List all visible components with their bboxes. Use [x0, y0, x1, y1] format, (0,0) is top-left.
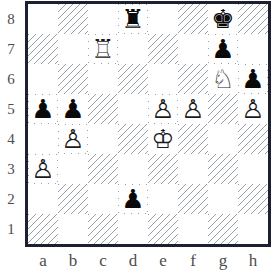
- black-pawn-b5[interactable]: ♟: [59, 95, 87, 123]
- rank-label-2: 2: [0, 184, 22, 214]
- square-b8[interactable]: [58, 4, 88, 34]
- file-label-a: a: [28, 250, 58, 272]
- file-labels: abcdefgh: [28, 250, 268, 272]
- square-f5[interactable]: ♙: [178, 94, 208, 124]
- white-knight-g6[interactable]: ♘: [209, 65, 237, 93]
- square-h8[interactable]: [238, 4, 268, 34]
- black-rook-d8[interactable]: ♜: [119, 5, 147, 33]
- square-h7[interactable]: [238, 34, 268, 64]
- square-h6[interactable]: ♟: [238, 64, 268, 94]
- black-pawn-d2[interactable]: ♟: [119, 185, 147, 213]
- square-g7[interactable]: ♟: [208, 34, 238, 64]
- square-c6[interactable]: [88, 64, 118, 94]
- square-d7[interactable]: [118, 34, 148, 64]
- file-label-f: f: [178, 250, 208, 272]
- black-pawn-h6[interactable]: ♟: [239, 65, 267, 93]
- square-f4[interactable]: [178, 124, 208, 154]
- black-king-g8[interactable]: ♚: [209, 5, 237, 33]
- square-e3[interactable]: [148, 154, 178, 184]
- square-f7[interactable]: [178, 34, 208, 64]
- square-g5[interactable]: [208, 94, 238, 124]
- square-e6[interactable]: [148, 64, 178, 94]
- square-d6[interactable]: [118, 64, 148, 94]
- square-c8[interactable]: [88, 4, 118, 34]
- square-g1[interactable]: [208, 214, 238, 244]
- file-label-b: b: [58, 250, 88, 272]
- rank-label-5: 5: [0, 94, 22, 124]
- square-g6[interactable]: ♘: [208, 64, 238, 94]
- square-h4[interactable]: [238, 124, 268, 154]
- square-f2[interactable]: [178, 184, 208, 214]
- square-h1[interactable]: [238, 214, 268, 244]
- square-d3[interactable]: [118, 154, 148, 184]
- file-label-g: g: [208, 250, 238, 272]
- square-a4[interactable]: [28, 124, 58, 154]
- rank-label-4: 4: [0, 124, 22, 154]
- rank-labels: 87654321: [0, 4, 22, 244]
- square-c2[interactable]: [88, 184, 118, 214]
- square-h2[interactable]: [238, 184, 268, 214]
- square-e5[interactable]: ♙: [148, 94, 178, 124]
- white-pawn-h5[interactable]: ♙: [239, 95, 267, 123]
- square-a5[interactable]: ♟: [28, 94, 58, 124]
- square-c3[interactable]: [88, 154, 118, 184]
- file-label-c: c: [88, 250, 118, 272]
- square-d1[interactable]: [118, 214, 148, 244]
- square-e7[interactable]: [148, 34, 178, 64]
- square-g8[interactable]: ♚: [208, 4, 238, 34]
- white-rook-c7[interactable]: ♖: [89, 35, 117, 63]
- white-king-e4[interactable]: ♔: [149, 125, 177, 153]
- white-pawn-f5[interactable]: ♙: [179, 95, 207, 123]
- square-d2[interactable]: ♟: [118, 184, 148, 214]
- square-b4[interactable]: ♙: [58, 124, 88, 154]
- square-e2[interactable]: [148, 184, 178, 214]
- square-b1[interactable]: [58, 214, 88, 244]
- square-f1[interactable]: [178, 214, 208, 244]
- white-pawn-b4[interactable]: ♙: [59, 125, 87, 153]
- square-e8[interactable]: [148, 4, 178, 34]
- square-b6[interactable]: [58, 64, 88, 94]
- square-a3[interactable]: ♙: [28, 154, 58, 184]
- file-label-e: e: [148, 250, 178, 272]
- white-pawn-e5[interactable]: ♙: [149, 95, 177, 123]
- white-pawn-a3[interactable]: ♙: [29, 155, 57, 183]
- square-b3[interactable]: [58, 154, 88, 184]
- rank-label-8: 8: [0, 4, 22, 34]
- square-a8[interactable]: [28, 4, 58, 34]
- rank-label-1: 1: [0, 214, 22, 244]
- square-c5[interactable]: [88, 94, 118, 124]
- chess-board: ♜♚♖♟♘♟♟♟♙♙♙♙♔♙♟: [25, 1, 271, 247]
- square-h5[interactable]: ♙: [238, 94, 268, 124]
- square-g2[interactable]: [208, 184, 238, 214]
- chess-diagram: 87654321 ♜♚♖♟♘♟♟♟♙♙♙♙♔♙♟ abcdefgh: [0, 0, 273, 274]
- square-c7[interactable]: ♖: [88, 34, 118, 64]
- square-a2[interactable]: [28, 184, 58, 214]
- square-h3[interactable]: [238, 154, 268, 184]
- black-pawn-g7[interactable]: ♟: [209, 35, 237, 63]
- square-g4[interactable]: [208, 124, 238, 154]
- square-b2[interactable]: [58, 184, 88, 214]
- black-pawn-a5[interactable]: ♟: [29, 95, 57, 123]
- square-d5[interactable]: [118, 94, 148, 124]
- square-b7[interactable]: [58, 34, 88, 64]
- square-f6[interactable]: [178, 64, 208, 94]
- square-d8[interactable]: ♜: [118, 4, 148, 34]
- square-a7[interactable]: [28, 34, 58, 64]
- square-e4[interactable]: ♔: [148, 124, 178, 154]
- square-c1[interactable]: [88, 214, 118, 244]
- square-f8[interactable]: [178, 4, 208, 34]
- square-c4[interactable]: [88, 124, 118, 154]
- square-f3[interactable]: [178, 154, 208, 184]
- file-label-h: h: [238, 250, 268, 272]
- file-label-d: d: [118, 250, 148, 272]
- rank-label-3: 3: [0, 154, 22, 184]
- square-d4[interactable]: [118, 124, 148, 154]
- rank-label-7: 7: [0, 34, 22, 64]
- square-g3[interactable]: [208, 154, 238, 184]
- square-a1[interactable]: [28, 214, 58, 244]
- rank-label-6: 6: [0, 64, 22, 94]
- square-b5[interactable]: ♟: [58, 94, 88, 124]
- square-a6[interactable]: [28, 64, 58, 94]
- square-e1[interactable]: [148, 214, 178, 244]
